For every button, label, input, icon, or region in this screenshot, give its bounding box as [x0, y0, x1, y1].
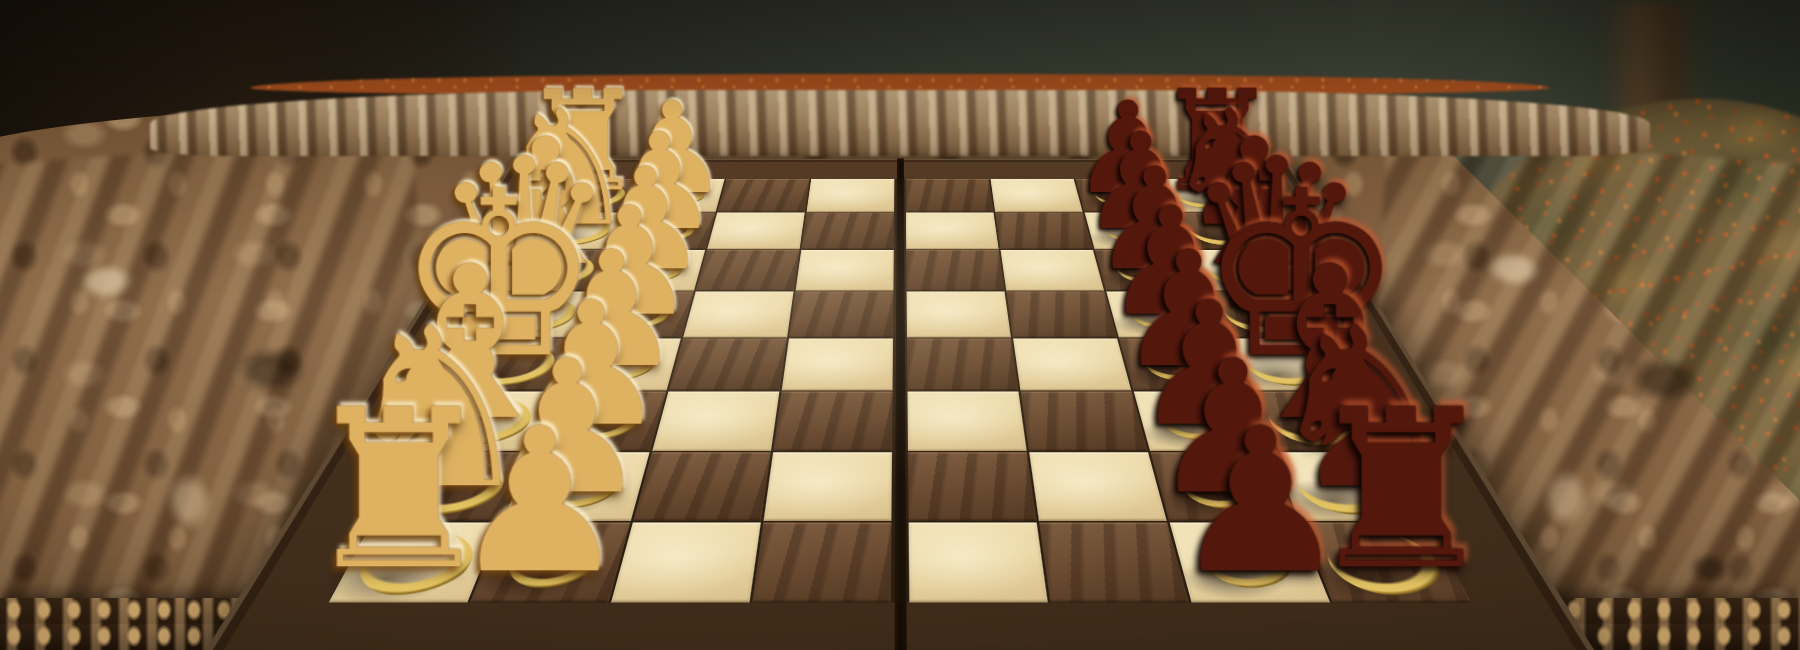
square-g6[interactable]	[1029, 452, 1167, 521]
square-c4[interactable]	[796, 250, 894, 291]
square-a4[interactable]	[807, 179, 895, 212]
square-d3[interactable]	[683, 292, 793, 338]
square-f4[interactable]	[773, 392, 892, 451]
white-pawn[interactable]: ♟	[450, 401, 629, 600]
square-g5[interactable]	[908, 452, 1036, 521]
carved-ridge-strip	[150, 90, 1650, 156]
square-b5[interactable]	[906, 213, 999, 250]
square-e5[interactable]	[907, 338, 1018, 390]
square-e3[interactable]	[669, 338, 787, 390]
square-d5[interactable]	[907, 292, 1011, 338]
square-c6[interactable]	[1001, 250, 1105, 291]
square-c3[interactable]	[696, 250, 800, 291]
square-b3[interactable]	[707, 213, 805, 250]
square-b4[interactable]	[801, 213, 894, 250]
square-e6[interactable]	[1013, 338, 1131, 390]
square-g3[interactable]	[633, 452, 771, 521]
square-e4[interactable]	[782, 338, 893, 390]
square-a6[interactable]	[990, 179, 1082, 212]
square-a3[interactable]	[717, 179, 809, 212]
square-h6[interactable]	[1039, 522, 1189, 602]
square-h7[interactable]: ♟	[1170, 522, 1330, 602]
square-c5[interactable]	[906, 250, 1004, 291]
square-f3[interactable]	[652, 392, 779, 451]
square-h4[interactable]	[752, 522, 891, 602]
square-h2[interactable]: ♟	[470, 522, 630, 602]
chess-table-photo: ♜♟♜♟♞♟♞♟♝♟♝♟♛♟♛♟♚♟♚♟♝♟♝♟♞♟♞♟♜♟♜♟	[0, 0, 1800, 650]
square-f6[interactable]	[1021, 392, 1148, 451]
square-a5[interactable]	[906, 179, 994, 212]
square-f5[interactable]	[907, 392, 1026, 451]
black-pawn[interactable]: ♟	[1171, 401, 1350, 600]
square-d6[interactable]	[1006, 292, 1116, 338]
square-h3[interactable]	[611, 522, 761, 602]
chess-board: ♜♟♜♟♞♟♞♟♝♟♝♟♛♟♛♟♚♟♚♟♝♟♝♟♞♟♞♟♜♟♜♟	[197, 159, 1603, 650]
square-b6[interactable]	[995, 213, 1093, 250]
square-g4[interactable]	[764, 452, 892, 521]
square-h5[interactable]	[909, 522, 1048, 602]
square-d4[interactable]	[789, 292, 893, 338]
